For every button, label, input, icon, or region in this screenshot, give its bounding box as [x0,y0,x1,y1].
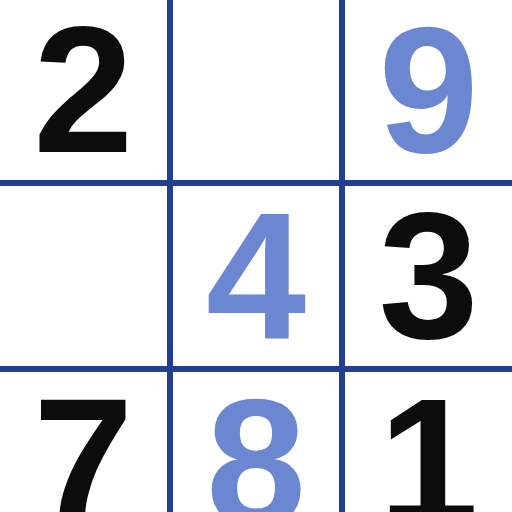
sudoku-cell-r1c3[interactable]: 9 [345,0,512,180]
sudoku-board: 2 9 4 3 7 8 1 [0,0,512,512]
sudoku-cell-r2c2[interactable]: 4 [173,186,340,366]
sudoku-cell-r1c2[interactable] [173,0,340,180]
cell-digit: 1 [379,372,479,512]
sudoku-cell-r2c3[interactable]: 3 [345,186,512,366]
cell-digit: 2 [33,0,133,180]
cell-digit: 3 [379,186,479,366]
sudoku-cell-r3c2[interactable]: 8 [173,372,340,512]
cell-digit: 9 [379,0,479,180]
cell-digit: 8 [206,372,306,512]
sudoku-cell-r2c1[interactable] [0,186,167,366]
sudoku-cell-r3c3[interactable]: 1 [345,372,512,512]
sudoku-cell-r1c1[interactable]: 2 [0,0,167,180]
sudoku-cell-r3c1[interactable]: 7 [0,372,167,512]
cell-digit: 4 [206,186,306,366]
cell-digit: 7 [33,372,133,512]
